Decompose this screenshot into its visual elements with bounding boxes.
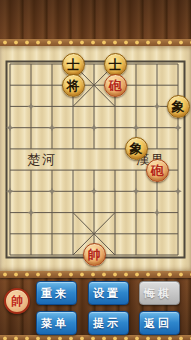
hint-button[interactable]: 提示 bbox=[88, 311, 129, 335]
turn-indicator: 帥 bbox=[4, 288, 30, 314]
black-advisor-piece[interactable]: 士 bbox=[104, 53, 127, 76]
settings-button[interactable]: 设置 bbox=[88, 281, 129, 305]
restart-button[interactable]: 重来 bbox=[36, 281, 77, 305]
undo-button[interactable]: 悔棋 bbox=[139, 281, 180, 305]
menu-button[interactable]: 菜单 bbox=[36, 311, 77, 335]
black-advisor-piece[interactable]: 士 bbox=[62, 53, 85, 76]
black-elephant-piece[interactable]: 象 bbox=[167, 95, 190, 118]
river-label-chuhe: 楚河 bbox=[27, 152, 57, 167]
red-cannon-piece[interactable]: 砲 bbox=[104, 74, 127, 97]
red-cannon-piece[interactable]: 砲 bbox=[146, 159, 169, 182]
red-general-piece[interactable]: 帥 bbox=[83, 243, 106, 266]
black-elephant-piece[interactable]: 象 bbox=[125, 137, 148, 160]
black-general-piece[interactable]: 将 bbox=[62, 74, 85, 97]
back-button[interactable]: 返回 bbox=[139, 311, 180, 335]
